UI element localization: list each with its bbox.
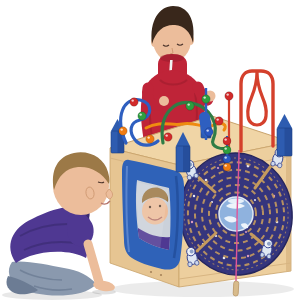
- red-teardrop-loop: [248, 72, 266, 125]
- screw: [160, 274, 162, 276]
- star: [254, 199, 256, 201]
- scene-canvas: [0, 0, 299, 300]
- bead: [223, 137, 231, 145]
- star: [191, 221, 193, 223]
- bead: [223, 163, 231, 171]
- bead-highlight: [140, 113, 142, 115]
- bead-highlight: [225, 164, 227, 166]
- bead: [223, 146, 231, 154]
- star: [245, 231, 247, 233]
- bead: [215, 117, 223, 125]
- bead: [119, 127, 127, 135]
- bead-highlight: [121, 128, 123, 130]
- standing-boy-hand-left: [159, 96, 169, 106]
- bead-highlight: [132, 99, 134, 101]
- star: [217, 167, 219, 169]
- bead-highlight: [148, 136, 150, 138]
- bead: [130, 98, 138, 106]
- bead: [205, 128, 213, 136]
- bead-highlight: [188, 103, 190, 105]
- bead-highlight: [225, 147, 227, 149]
- bead: [138, 112, 146, 120]
- bead: [225, 92, 233, 100]
- bead-highlight: [225, 138, 227, 140]
- earth-globe: [219, 197, 253, 231]
- star: [193, 195, 195, 197]
- bead-highlight: [204, 96, 206, 98]
- bead: [223, 155, 231, 163]
- crouching-boy: [6, 152, 115, 295]
- star: [247, 255, 249, 257]
- bead: [202, 95, 210, 103]
- bead: [164, 133, 172, 141]
- bead-highlight: [166, 134, 168, 136]
- bead-highlight: [217, 118, 219, 120]
- bead: [146, 135, 154, 143]
- bead: [186, 102, 194, 110]
- bead-highlight: [207, 129, 209, 131]
- mirror-panel: [122, 160, 184, 270]
- crouching-boy-forearm: [88, 244, 99, 282]
- maze-stylus: [233, 281, 239, 296]
- post-right: [277, 114, 292, 156]
- photo-scene: [0, 0, 299, 300]
- bead-highlight: [225, 156, 227, 158]
- bead-highlight: [227, 93, 229, 95]
- screw: [150, 271, 152, 273]
